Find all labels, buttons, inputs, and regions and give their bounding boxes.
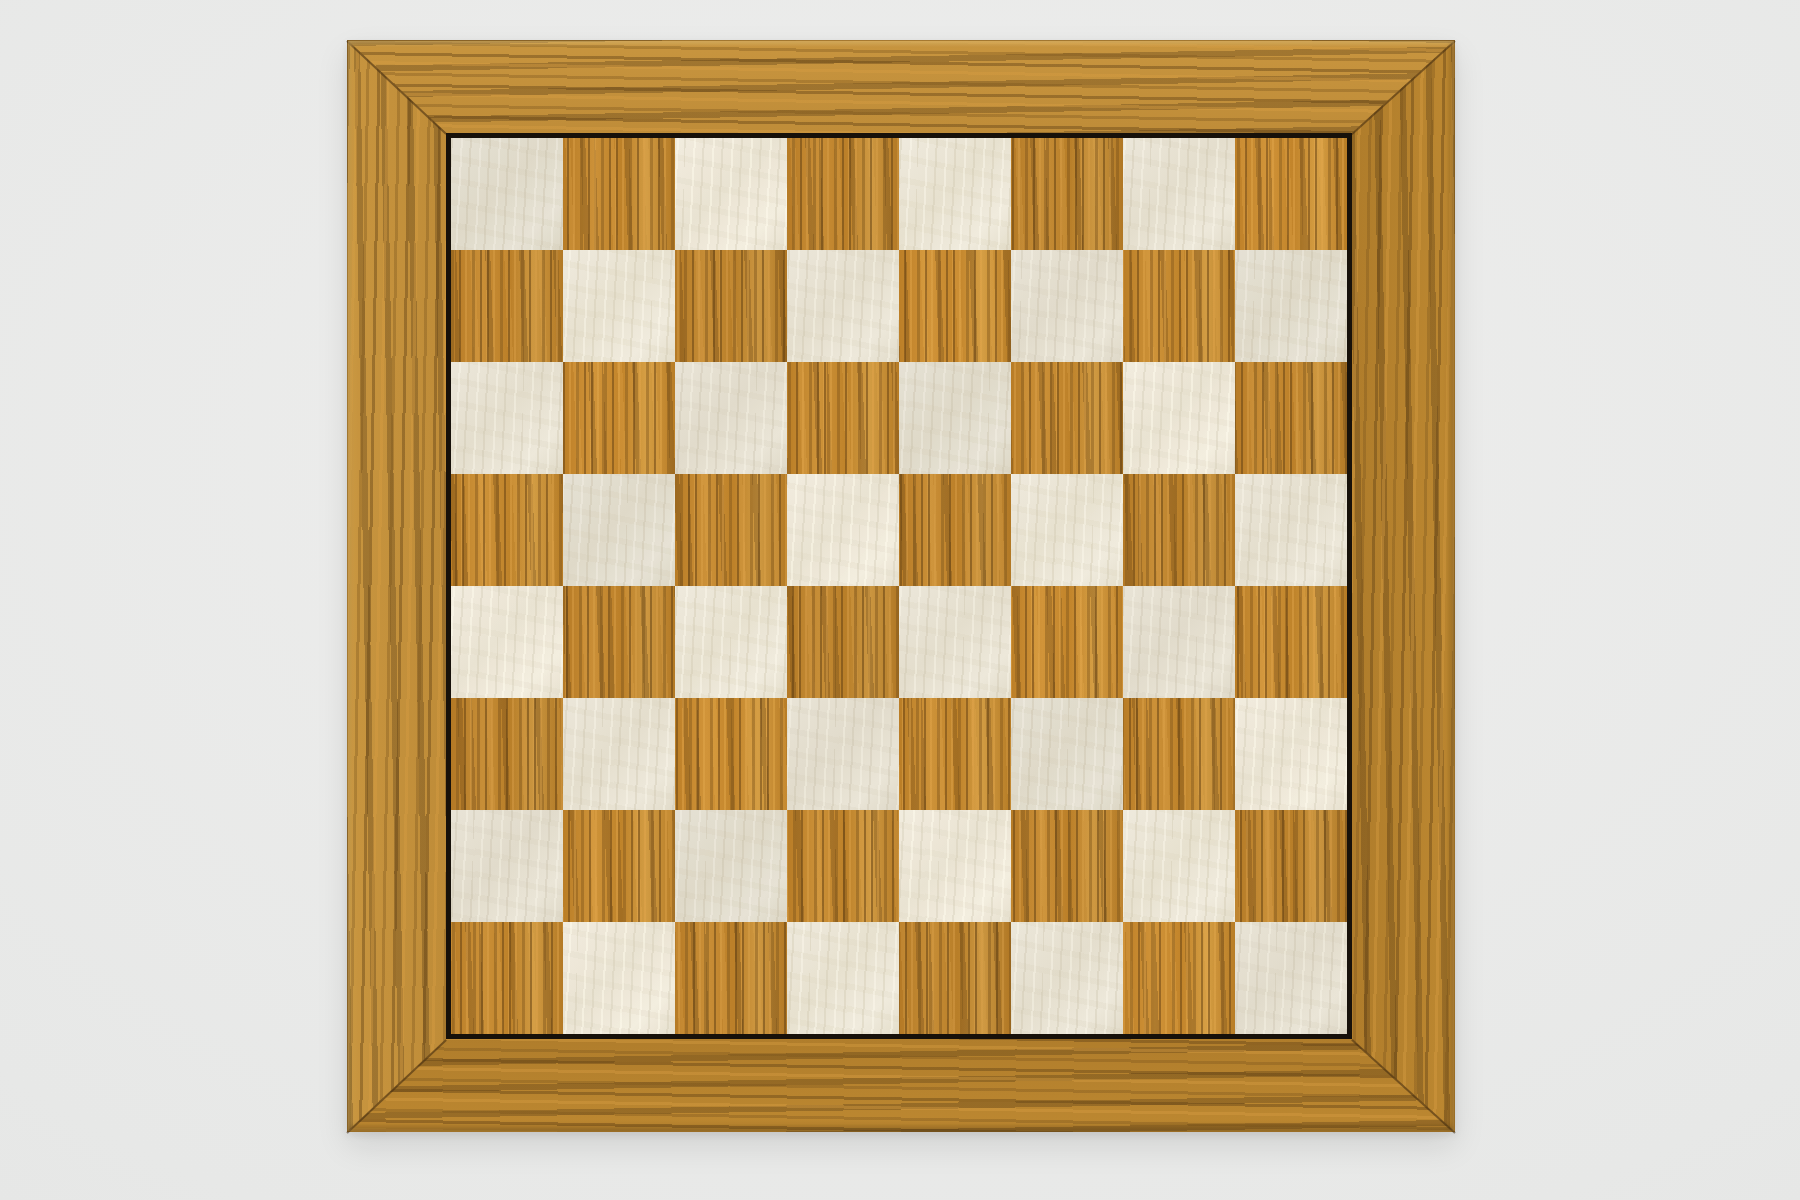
square-d7: [787, 250, 899, 362]
square-h1: [1235, 922, 1347, 1034]
square-c6: [675, 362, 787, 474]
square-a6: [451, 362, 563, 474]
chessboard: [347, 40, 1455, 1132]
square-a5: [451, 474, 563, 586]
square-h5: [1235, 474, 1347, 586]
square-g7: [1123, 250, 1235, 362]
square-h6: [1235, 362, 1347, 474]
square-b7: [563, 250, 675, 362]
square-h2: [1235, 810, 1347, 922]
square-h4: [1235, 586, 1347, 698]
square-f3: [1011, 698, 1123, 810]
square-g6: [1123, 362, 1235, 474]
square-e2: [899, 810, 1011, 922]
square-c3: [675, 698, 787, 810]
square-g4: [1123, 586, 1235, 698]
square-e8: [899, 138, 1011, 250]
square-f7: [1011, 250, 1123, 362]
square-f2: [1011, 810, 1123, 922]
square-a2: [451, 810, 563, 922]
square-a3: [451, 698, 563, 810]
square-a1: [451, 922, 563, 1034]
square-g2: [1123, 810, 1235, 922]
square-b4: [563, 586, 675, 698]
board-grid: [451, 138, 1347, 1034]
square-d1: [787, 922, 899, 1034]
square-c7: [675, 250, 787, 362]
square-h3: [1235, 698, 1347, 810]
square-d3: [787, 698, 899, 810]
square-d8: [787, 138, 899, 250]
square-c1: [675, 922, 787, 1034]
square-e3: [899, 698, 1011, 810]
square-g3: [1123, 698, 1235, 810]
square-f1: [1011, 922, 1123, 1034]
square-e4: [899, 586, 1011, 698]
square-b5: [563, 474, 675, 586]
square-f6: [1011, 362, 1123, 474]
square-d6: [787, 362, 899, 474]
square-f5: [1011, 474, 1123, 586]
square-a4: [451, 586, 563, 698]
square-g8: [1123, 138, 1235, 250]
square-b2: [563, 810, 675, 922]
square-f4: [1011, 586, 1123, 698]
square-e7: [899, 250, 1011, 362]
square-c4: [675, 586, 787, 698]
studio-background: [0, 0, 1800, 1200]
square-e5: [899, 474, 1011, 586]
square-a7: [451, 250, 563, 362]
square-e6: [899, 362, 1011, 474]
square-f8: [1011, 138, 1123, 250]
playing-area: [446, 133, 1352, 1039]
square-b1: [563, 922, 675, 1034]
square-b6: [563, 362, 675, 474]
square-b8: [563, 138, 675, 250]
square-h7: [1235, 250, 1347, 362]
square-e1: [899, 922, 1011, 1034]
square-b3: [563, 698, 675, 810]
square-d5: [787, 474, 899, 586]
square-c2: [675, 810, 787, 922]
square-d2: [787, 810, 899, 922]
square-c5: [675, 474, 787, 586]
square-g5: [1123, 474, 1235, 586]
square-a8: [451, 138, 563, 250]
square-g1: [1123, 922, 1235, 1034]
square-h8: [1235, 138, 1347, 250]
square-d4: [787, 586, 899, 698]
square-c8: [675, 138, 787, 250]
